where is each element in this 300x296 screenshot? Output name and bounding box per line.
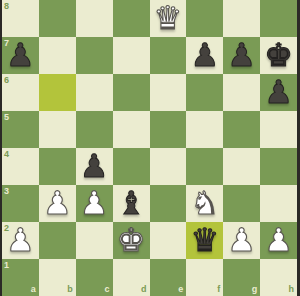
square-b8[interactable] xyxy=(39,0,76,37)
chess-app-stage: 8♛7♟♟♟♚6♟54♟3♟♟♝♞2♟♚♛♟♟1abcdefgh xyxy=(0,0,300,296)
white-king-d2[interactable]: ♚ xyxy=(113,222,150,259)
square-f8[interactable] xyxy=(186,0,223,37)
square-g8[interactable] xyxy=(223,0,260,37)
square-b2[interactable] xyxy=(39,222,76,259)
square-d7[interactable] xyxy=(113,37,150,74)
square-d2[interactable]: ♚ xyxy=(113,222,150,259)
file-label-c: c xyxy=(105,285,110,294)
rank-label-4: 4 xyxy=(4,150,9,159)
file-label-d: d xyxy=(141,285,147,294)
square-f7[interactable]: ♟ xyxy=(186,37,223,74)
square-b3[interactable]: ♟ xyxy=(39,185,76,222)
white-queen-e8[interactable]: ♛ xyxy=(150,0,187,37)
square-g7[interactable]: ♟ xyxy=(223,37,260,74)
square-a7[interactable]: 7♟ xyxy=(2,37,39,74)
rank-label-6: 6 xyxy=(4,76,9,85)
black-pawn-h6[interactable]: ♟ xyxy=(260,74,297,111)
square-b6[interactable] xyxy=(39,74,76,111)
square-h7[interactable]: ♚ xyxy=(260,37,297,74)
square-a3[interactable]: 3 xyxy=(2,185,39,222)
square-f3[interactable]: ♞ xyxy=(186,185,223,222)
white-pawn-a2[interactable]: ♟ xyxy=(2,222,39,259)
square-c7[interactable] xyxy=(76,37,113,74)
black-king-h7[interactable]: ♚ xyxy=(260,37,297,74)
file-label-e: e xyxy=(178,285,183,294)
square-d6[interactable] xyxy=(113,74,150,111)
square-e4[interactable] xyxy=(150,148,187,185)
square-d8[interactable] xyxy=(113,0,150,37)
square-g1[interactable]: g xyxy=(223,259,260,296)
square-h5[interactable] xyxy=(260,111,297,148)
square-e5[interactable] xyxy=(150,111,187,148)
square-g6[interactable] xyxy=(223,74,260,111)
white-pawn-g2[interactable]: ♟ xyxy=(223,222,260,259)
rank-label-1: 1 xyxy=(4,261,9,270)
file-label-h: h xyxy=(289,285,295,294)
white-knight-f3[interactable]: ♞ xyxy=(186,185,223,222)
black-pawn-a7[interactable]: ♟ xyxy=(2,37,39,74)
square-b7[interactable] xyxy=(39,37,76,74)
chess-board: 8♛7♟♟♟♚6♟54♟3♟♟♝♞2♟♚♛♟♟1abcdefgh xyxy=(2,0,297,296)
square-h1[interactable]: h xyxy=(260,259,297,296)
rank-label-3: 3 xyxy=(4,187,9,196)
square-c4[interactable]: ♟ xyxy=(76,148,113,185)
black-pawn-f7[interactable]: ♟ xyxy=(186,37,223,74)
square-e1[interactable]: e xyxy=(150,259,187,296)
square-c3[interactable]: ♟ xyxy=(76,185,113,222)
square-a5[interactable]: 5 xyxy=(2,111,39,148)
square-e6[interactable] xyxy=(150,74,187,111)
square-a6[interactable]: 6 xyxy=(2,74,39,111)
square-b4[interactable] xyxy=(39,148,76,185)
square-d3[interactable]: ♝ xyxy=(113,185,150,222)
black-queen-f2[interactable]: ♛ xyxy=(186,222,223,259)
square-h6[interactable]: ♟ xyxy=(260,74,297,111)
white-pawn-c3[interactable]: ♟ xyxy=(76,185,113,222)
square-h8[interactable] xyxy=(260,0,297,37)
square-e8[interactable]: ♛ xyxy=(150,0,187,37)
square-f4[interactable] xyxy=(186,148,223,185)
square-f1[interactable]: f xyxy=(186,259,223,296)
rank-label-8: 8 xyxy=(4,2,9,11)
square-d1[interactable]: d xyxy=(113,259,150,296)
square-d4[interactable] xyxy=(113,148,150,185)
square-d5[interactable] xyxy=(113,111,150,148)
square-a1[interactable]: 1a xyxy=(2,259,39,296)
square-h3[interactable] xyxy=(260,185,297,222)
square-c5[interactable] xyxy=(76,111,113,148)
square-f2[interactable]: ♛ xyxy=(186,222,223,259)
square-c8[interactable] xyxy=(76,0,113,37)
square-h2[interactable]: ♟ xyxy=(260,222,297,259)
square-a4[interactable]: 4 xyxy=(2,148,39,185)
square-a8[interactable]: 8 xyxy=(2,0,39,37)
square-e2[interactable] xyxy=(150,222,187,259)
square-c2[interactable] xyxy=(76,222,113,259)
square-g2[interactable]: ♟ xyxy=(223,222,260,259)
square-c1[interactable]: c xyxy=(76,259,113,296)
file-label-f: f xyxy=(217,285,220,294)
white-pawn-h2[interactable]: ♟ xyxy=(260,222,297,259)
square-g5[interactable] xyxy=(223,111,260,148)
square-g3[interactable] xyxy=(223,185,260,222)
square-h4[interactable] xyxy=(260,148,297,185)
file-label-b: b xyxy=(67,285,73,294)
square-e3[interactable] xyxy=(150,185,187,222)
square-g4[interactable] xyxy=(223,148,260,185)
square-e7[interactable] xyxy=(150,37,187,74)
square-f6[interactable] xyxy=(186,74,223,111)
square-c6[interactable] xyxy=(76,74,113,111)
square-a2[interactable]: 2♟ xyxy=(2,222,39,259)
square-b5[interactable] xyxy=(39,111,76,148)
file-label-a: a xyxy=(31,285,36,294)
black-bishop-d3[interactable]: ♝ xyxy=(113,185,150,222)
black-pawn-c4[interactable]: ♟ xyxy=(76,148,113,185)
black-pawn-g7[interactable]: ♟ xyxy=(223,37,260,74)
rank-label-5: 5 xyxy=(4,113,9,122)
square-b1[interactable]: b xyxy=(39,259,76,296)
square-f5[interactable] xyxy=(186,111,223,148)
white-pawn-b3[interactable]: ♟ xyxy=(39,185,76,222)
file-label-g: g xyxy=(252,285,258,294)
